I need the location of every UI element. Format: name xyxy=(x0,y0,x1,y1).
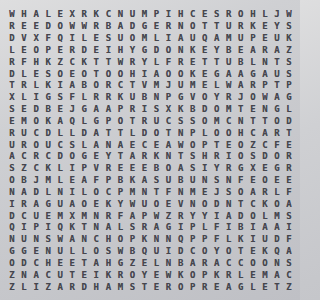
grid-cell[interactable]: Y xyxy=(211,163,223,175)
grid-cell[interactable]: G xyxy=(114,257,126,269)
grid-cell[interactable]: U xyxy=(42,139,54,151)
grid-cell[interactable]: S xyxy=(66,139,78,151)
grid-cell[interactable]: Z xyxy=(283,44,295,56)
grid-cell[interactable]: U xyxy=(235,33,247,45)
grid-cell[interactable]: R xyxy=(126,56,138,68)
grid-cell[interactable]: D xyxy=(259,151,271,163)
grid-cell[interactable]: A xyxy=(30,269,42,281)
grid-cell[interactable]: A xyxy=(78,175,90,187)
grid-cell[interactable]: F xyxy=(283,186,295,198)
grid-cell[interactable]: D xyxy=(175,246,187,258)
grid-cell[interactable]: A xyxy=(138,175,150,187)
grid-cell[interactable]: E xyxy=(90,33,102,45)
grid-cell[interactable]: G xyxy=(18,246,30,258)
grid-cell[interactable]: Y xyxy=(187,210,199,222)
grid-cell[interactable]: N xyxy=(78,234,90,246)
grid-cell[interactable]: Y xyxy=(114,198,126,210)
grid-cell[interactable]: K xyxy=(187,44,199,56)
grid-cell[interactable]: M xyxy=(138,33,150,45)
grid-cell[interactable]: Z xyxy=(6,281,18,293)
grid-cell[interactable]: M xyxy=(114,281,126,293)
grid-cell[interactable]: H xyxy=(102,257,114,269)
grid-cell[interactable]: G xyxy=(163,222,175,234)
grid-cell[interactable]: B xyxy=(235,56,247,68)
grid-cell[interactable]: C xyxy=(259,139,271,151)
grid-cell[interactable]: O xyxy=(199,246,211,258)
grid-cell[interactable]: U xyxy=(54,246,66,258)
grid-cell[interactable]: C xyxy=(18,210,30,222)
grid-cell[interactable]: N xyxy=(42,246,54,258)
grid-cell[interactable]: K xyxy=(175,269,187,281)
grid-cell[interactable]: A xyxy=(259,222,271,234)
grid-cell[interactable]: P xyxy=(187,234,199,246)
grid-cell[interactable]: O xyxy=(223,127,235,139)
grid-cell[interactable]: Q xyxy=(199,33,211,45)
grid-cell[interactable]: A xyxy=(259,127,271,139)
grid-cell[interactable]: K xyxy=(151,151,163,163)
grid-cell[interactable]: N xyxy=(138,186,150,198)
grid-cell[interactable]: G xyxy=(235,281,247,293)
grid-cell[interactable]: O xyxy=(187,269,199,281)
grid-cell[interactable]: A xyxy=(223,210,235,222)
grid-cell[interactable]: A xyxy=(66,234,78,246)
grid-cell[interactable]: L xyxy=(66,127,78,139)
grid-cell[interactable]: G xyxy=(211,68,223,80)
grid-cell[interactable]: N xyxy=(223,198,235,210)
grid-cell[interactable]: I xyxy=(211,210,223,222)
grid-cell[interactable]: S xyxy=(211,175,223,187)
grid-cell[interactable]: E xyxy=(259,163,271,175)
grid-cell[interactable]: F xyxy=(235,175,247,187)
grid-cell[interactable]: N xyxy=(6,186,18,198)
grid-cell[interactable]: I xyxy=(66,33,78,45)
grid-cell[interactable]: D xyxy=(42,127,54,139)
grid-cell[interactable]: E xyxy=(114,163,126,175)
grid-cell[interactable]: R xyxy=(175,210,187,222)
grid-cell[interactable]: P xyxy=(138,210,150,222)
grid-cell[interactable]: X xyxy=(30,33,42,45)
grid-cell[interactable]: O xyxy=(90,80,102,92)
grid-cell[interactable]: Y xyxy=(126,44,138,56)
grid-cell[interactable]: N xyxy=(163,257,175,269)
grid-cell[interactable]: G xyxy=(78,104,90,116)
grid-cell[interactable]: N xyxy=(199,175,211,187)
grid-cell[interactable]: M xyxy=(54,210,66,222)
grid-cell[interactable]: A xyxy=(271,269,283,281)
grid-cell[interactable]: P xyxy=(151,9,163,21)
grid-cell[interactable]: U xyxy=(18,127,30,139)
grid-cell[interactable]: P xyxy=(247,33,259,45)
grid-cell[interactable]: A xyxy=(6,151,18,163)
grid-cell[interactable]: D xyxy=(151,44,163,56)
grid-cell[interactable]: A xyxy=(66,80,78,92)
grid-cell[interactable]: W xyxy=(126,198,138,210)
grid-cell[interactable]: H xyxy=(235,127,247,139)
grid-cell[interactable]: O xyxy=(102,68,114,80)
grid-cell[interactable]: V xyxy=(138,80,150,92)
grid-cell[interactable]: P xyxy=(199,234,211,246)
grid-cell[interactable]: V xyxy=(90,163,102,175)
grid-cell[interactable]: K xyxy=(42,163,54,175)
grid-cell[interactable]: A xyxy=(271,92,283,104)
grid-cell[interactable]: E xyxy=(18,104,30,116)
grid-cell[interactable]: L xyxy=(223,234,235,246)
grid-cell[interactable]: F xyxy=(18,56,30,68)
grid-cell[interactable]: D xyxy=(30,186,42,198)
grid-cell[interactable]: I xyxy=(138,68,150,80)
grid-cell[interactable]: U xyxy=(6,139,18,151)
grid-cell[interactable]: O xyxy=(126,269,138,281)
grid-cell[interactable]: G xyxy=(138,44,150,56)
grid-cell[interactable]: D xyxy=(78,127,90,139)
grid-cell[interactable]: D xyxy=(6,33,18,45)
grid-cell[interactable]: U xyxy=(30,210,42,222)
grid-cell[interactable]: U xyxy=(223,56,235,68)
grid-cell[interactable]: S xyxy=(126,281,138,293)
grid-cell[interactable]: S xyxy=(247,151,259,163)
grid-cell[interactable]: T xyxy=(199,56,211,68)
grid-cell[interactable]: E xyxy=(66,175,78,187)
grid-cell[interactable]: L xyxy=(42,9,54,21)
grid-cell[interactable]: O xyxy=(66,151,78,163)
grid-cell[interactable]: I xyxy=(163,9,175,21)
grid-cell[interactable]: N xyxy=(114,9,126,21)
grid-cell[interactable]: O xyxy=(187,139,199,151)
grid-cell[interactable]: A xyxy=(151,222,163,234)
grid-cell[interactable]: P xyxy=(42,44,54,56)
grid-cell[interactable]: D xyxy=(78,281,90,293)
grid-cell[interactable]: R xyxy=(247,80,259,92)
grid-cell[interactable]: S xyxy=(223,186,235,198)
grid-cell[interactable]: S xyxy=(175,115,187,127)
grid-cell[interactable]: R xyxy=(138,115,150,127)
grid-cell[interactable]: H xyxy=(126,68,138,80)
grid-cell[interactable]: I xyxy=(163,33,175,45)
grid-cell[interactable]: C xyxy=(163,115,175,127)
grid-cell[interactable]: S xyxy=(102,246,114,258)
grid-cell[interactable]: G xyxy=(90,115,102,127)
grid-cell[interactable]: B xyxy=(187,104,199,116)
grid-cell[interactable]: P xyxy=(259,80,271,92)
grid-cell[interactable]: B xyxy=(126,246,138,258)
grid-cell[interactable]: I xyxy=(30,281,42,293)
grid-cell[interactable]: A xyxy=(163,139,175,151)
grid-cell[interactable]: E xyxy=(247,104,259,116)
grid-cell[interactable]: W xyxy=(114,56,126,68)
grid-cell[interactable]: L xyxy=(54,163,66,175)
grid-cell[interactable]: S xyxy=(283,68,295,80)
grid-cell[interactable]: E xyxy=(151,139,163,151)
grid-cell[interactable]: L xyxy=(247,281,259,293)
grid-cell[interactable]: Z xyxy=(163,210,175,222)
grid-cell[interactable]: Z xyxy=(126,257,138,269)
grid-cell[interactable]: S xyxy=(126,222,138,234)
grid-cell[interactable]: G xyxy=(247,68,259,80)
grid-cell[interactable]: V xyxy=(187,92,199,104)
grid-cell[interactable]: P xyxy=(199,269,211,281)
grid-cell[interactable]: A xyxy=(271,222,283,234)
grid-cell[interactable]: T xyxy=(211,56,223,68)
grid-cell[interactable]: J xyxy=(30,175,42,187)
grid-cell[interactable]: R xyxy=(163,21,175,33)
grid-cell[interactable]: O xyxy=(271,151,283,163)
grid-cell[interactable]: D xyxy=(54,151,66,163)
grid-cell[interactable]: W xyxy=(151,210,163,222)
grid-cell[interactable]: A xyxy=(223,281,235,293)
grid-cell[interactable]: M xyxy=(259,269,271,281)
grid-cell[interactable]: T xyxy=(211,21,223,33)
grid-cell[interactable]: X xyxy=(163,104,175,116)
grid-cell[interactable]: R xyxy=(102,92,114,104)
grid-cell[interactable]: O xyxy=(247,92,259,104)
grid-cell[interactable]: Z xyxy=(54,56,66,68)
grid-cell[interactable]: N xyxy=(151,92,163,104)
grid-cell[interactable]: R xyxy=(283,151,295,163)
grid-cell[interactable]: T xyxy=(6,80,18,92)
grid-cell[interactable]: U xyxy=(163,175,175,187)
grid-cell[interactable]: G xyxy=(42,198,54,210)
grid-cell[interactable]: M xyxy=(151,80,163,92)
grid-cell[interactable]: U xyxy=(187,175,199,187)
grid-cell[interactable]: C xyxy=(235,257,247,269)
grid-cell[interactable]: F xyxy=(42,33,54,45)
grid-cell[interactable]: A xyxy=(259,68,271,80)
grid-cell[interactable]: X xyxy=(247,163,259,175)
grid-cell[interactable]: C xyxy=(30,127,42,139)
grid-cell[interactable]: I xyxy=(199,163,211,175)
grid-cell[interactable]: G xyxy=(6,246,18,258)
grid-cell[interactable]: E xyxy=(66,68,78,80)
grid-cell[interactable]: O xyxy=(163,163,175,175)
grid-cell[interactable]: E xyxy=(90,198,102,210)
grid-cell[interactable]: N xyxy=(6,234,18,246)
grid-cell[interactable]: B xyxy=(175,257,187,269)
grid-cell[interactable]: P xyxy=(114,104,126,116)
grid-cell[interactable]: S xyxy=(6,163,18,175)
grid-cell[interactable]: B xyxy=(102,21,114,33)
grid-cell[interactable]: O xyxy=(90,186,102,198)
grid-cell[interactable]: F xyxy=(163,56,175,68)
grid-cell[interactable]: C xyxy=(18,151,30,163)
grid-cell[interactable]: K xyxy=(90,9,102,21)
grid-cell[interactable]: L xyxy=(78,115,90,127)
grid-cell[interactable]: B xyxy=(42,104,54,116)
grid-cell[interactable]: A xyxy=(126,210,138,222)
grid-cell[interactable]: N xyxy=(175,21,187,33)
grid-cell[interactable]: P xyxy=(114,186,126,198)
grid-cell[interactable]: P xyxy=(163,92,175,104)
grid-cell[interactable]: L xyxy=(283,104,295,116)
grid-cell[interactable]: R xyxy=(271,127,283,139)
grid-cell[interactable]: L xyxy=(151,33,163,45)
grid-cell[interactable]: L xyxy=(126,127,138,139)
grid-cell[interactable]: C xyxy=(30,163,42,175)
grid-cell[interactable]: E xyxy=(247,175,259,187)
grid-cell[interactable]: T xyxy=(235,198,247,210)
grid-cell[interactable]: A xyxy=(151,68,163,80)
grid-cell[interactable]: A xyxy=(102,222,114,234)
grid-cell[interactable]: K xyxy=(42,80,54,92)
grid-cell[interactable]: O xyxy=(175,68,187,80)
grid-cell[interactable]: H xyxy=(42,257,54,269)
grid-cell[interactable]: N xyxy=(54,186,66,198)
grid-cell[interactable]: U xyxy=(18,234,30,246)
grid-cell[interactable]: T xyxy=(90,68,102,80)
grid-cell[interactable]: L xyxy=(18,92,30,104)
grid-cell[interactable]: B xyxy=(151,163,163,175)
grid-cell[interactable]: R xyxy=(18,198,30,210)
grid-cell[interactable]: D xyxy=(6,68,18,80)
grid-cell[interactable]: R xyxy=(138,222,150,234)
grid-cell[interactable]: B xyxy=(223,44,235,56)
grid-cell[interactable]: C xyxy=(90,234,102,246)
grid-cell[interactable]: H xyxy=(90,281,102,293)
grid-cell[interactable]: C xyxy=(283,269,295,281)
grid-cell[interactable]: P xyxy=(199,139,211,151)
grid-cell[interactable]: T xyxy=(211,139,223,151)
grid-cell[interactable]: K xyxy=(283,33,295,45)
grid-cell[interactable]: I xyxy=(102,44,114,56)
grid-cell[interactable]: O xyxy=(163,44,175,56)
grid-cell[interactable]: I xyxy=(175,222,187,234)
grid-cell[interactable]: R xyxy=(30,151,42,163)
grid-cell[interactable]: N xyxy=(90,222,102,234)
grid-cell[interactable]: O xyxy=(114,234,126,246)
grid-cell[interactable]: R xyxy=(114,269,126,281)
grid-cell[interactable]: H xyxy=(114,44,126,56)
grid-cell[interactable]: E xyxy=(6,115,18,127)
grid-cell[interactable]: Q xyxy=(54,222,66,234)
grid-cell[interactable]: N xyxy=(151,234,163,246)
grid-cell[interactable]: B xyxy=(18,175,30,187)
grid-cell[interactable]: P xyxy=(126,234,138,246)
grid-cell[interactable]: A xyxy=(271,44,283,56)
grid-cell[interactable]: L xyxy=(151,56,163,68)
grid-cell[interactable]: I xyxy=(90,269,102,281)
grid-cell[interactable]: W xyxy=(6,9,18,21)
grid-cell[interactable]: K xyxy=(42,115,54,127)
grid-cell[interactable]: T xyxy=(102,56,114,68)
grid-cell[interactable]: R xyxy=(102,80,114,92)
grid-cell[interactable]: E xyxy=(151,269,163,281)
grid-cell[interactable]: E xyxy=(271,175,283,187)
grid-cell[interactable]: L xyxy=(259,9,271,21)
grid-cell[interactable]: Q xyxy=(66,115,78,127)
grid-cell[interactable]: L xyxy=(18,68,30,80)
grid-cell[interactable]: I xyxy=(18,222,30,234)
grid-cell[interactable]: I xyxy=(163,246,175,258)
grid-cell[interactable]: S xyxy=(6,104,18,116)
grid-cell[interactable]: E xyxy=(199,186,211,198)
grid-cell[interactable]: R xyxy=(6,127,18,139)
grid-cell[interactable]: E xyxy=(78,269,90,281)
grid-cell[interactable]: E xyxy=(30,246,42,258)
grid-cell[interactable]: S xyxy=(283,257,295,269)
grid-cell[interactable]: Y xyxy=(271,21,283,33)
grid-cell[interactable]: O xyxy=(247,210,259,222)
grid-cell[interactable]: R xyxy=(18,139,30,151)
grid-cell[interactable]: J xyxy=(235,92,247,104)
grid-cell[interactable]: L xyxy=(78,246,90,258)
grid-cell[interactable]: K xyxy=(42,56,54,68)
grid-cell[interactable]: F xyxy=(90,175,102,187)
grid-cell[interactable]: U xyxy=(271,68,283,80)
grid-cell[interactable]: I xyxy=(42,222,54,234)
grid-cell[interactable]: A xyxy=(114,21,126,33)
grid-cell[interactable]: L xyxy=(211,80,223,92)
grid-cell[interactable]: Y xyxy=(211,44,223,56)
grid-cell[interactable]: D xyxy=(18,257,30,269)
grid-cell[interactable]: E xyxy=(66,257,78,269)
grid-cell[interactable]: T xyxy=(66,269,78,281)
grid-cell[interactable]: O xyxy=(78,68,90,80)
grid-cell[interactable]: E xyxy=(247,246,259,258)
grid-cell[interactable]: W xyxy=(259,92,271,104)
grid-cell[interactable]: K xyxy=(126,175,138,187)
grid-cell[interactable]: V xyxy=(18,33,30,45)
grid-cell[interactable]: Q xyxy=(175,234,187,246)
grid-cell[interactable]: S xyxy=(283,56,295,68)
grid-cell[interactable]: N xyxy=(90,210,102,222)
grid-cell[interactable]: A xyxy=(54,281,66,293)
grid-cell[interactable]: C xyxy=(102,186,114,198)
grid-cell[interactable]: E xyxy=(259,21,271,33)
grid-cell[interactable]: Y xyxy=(102,151,114,163)
grid-cell[interactable]: H xyxy=(18,9,30,21)
grid-cell[interactable]: A xyxy=(18,186,30,198)
grid-cell[interactable]: I xyxy=(247,222,259,234)
grid-cell[interactable]: I xyxy=(223,222,235,234)
grid-cell[interactable]: U xyxy=(114,33,126,45)
grid-cell[interactable]: L xyxy=(199,127,211,139)
grid-cell[interactable]: D xyxy=(30,104,42,116)
grid-cell[interactable]: U xyxy=(138,198,150,210)
grid-cell[interactable]: C xyxy=(42,151,54,163)
grid-cell[interactable]: O xyxy=(126,33,138,45)
grid-cell[interactable]: O xyxy=(30,44,42,56)
grid-cell[interactable]: F xyxy=(163,186,175,198)
grid-cell[interactable]: Z xyxy=(18,163,30,175)
grid-cell[interactable]: L xyxy=(42,186,54,198)
grid-cell[interactable]: T xyxy=(126,115,138,127)
grid-cell[interactable]: E xyxy=(199,9,211,21)
grid-cell[interactable]: E xyxy=(247,269,259,281)
grid-cell[interactable]: L xyxy=(54,175,66,187)
grid-cell[interactable]: T xyxy=(78,257,90,269)
grid-cell[interactable]: A xyxy=(102,104,114,116)
grid-cell[interactable]: O xyxy=(271,115,283,127)
grid-cell[interactable]: A xyxy=(223,68,235,80)
grid-cell[interactable]: L xyxy=(78,92,90,104)
grid-cell[interactable]: E xyxy=(223,139,235,151)
grid-cell[interactable]: T xyxy=(114,127,126,139)
grid-cell[interactable]: I xyxy=(138,104,150,116)
grid-cell[interactable]: N xyxy=(18,269,30,281)
grid-cell[interactable]: M xyxy=(211,115,223,127)
grid-cell[interactable]: L xyxy=(235,269,247,281)
grid-cell[interactable]: I xyxy=(30,92,42,104)
grid-cell[interactable]: C xyxy=(54,139,66,151)
grid-cell[interactable]: I xyxy=(54,80,66,92)
grid-cell[interactable]: S xyxy=(42,68,54,80)
grid-cell[interactable]: J xyxy=(211,186,223,198)
grid-cell[interactable]: E xyxy=(235,44,247,56)
grid-cell[interactable]: O xyxy=(259,175,271,187)
grid-cell[interactable]: Y xyxy=(211,246,223,258)
grid-cell[interactable]: E xyxy=(126,139,138,151)
grid-cell[interactable]: Q xyxy=(54,33,66,45)
grid-cell[interactable]: D xyxy=(126,21,138,33)
